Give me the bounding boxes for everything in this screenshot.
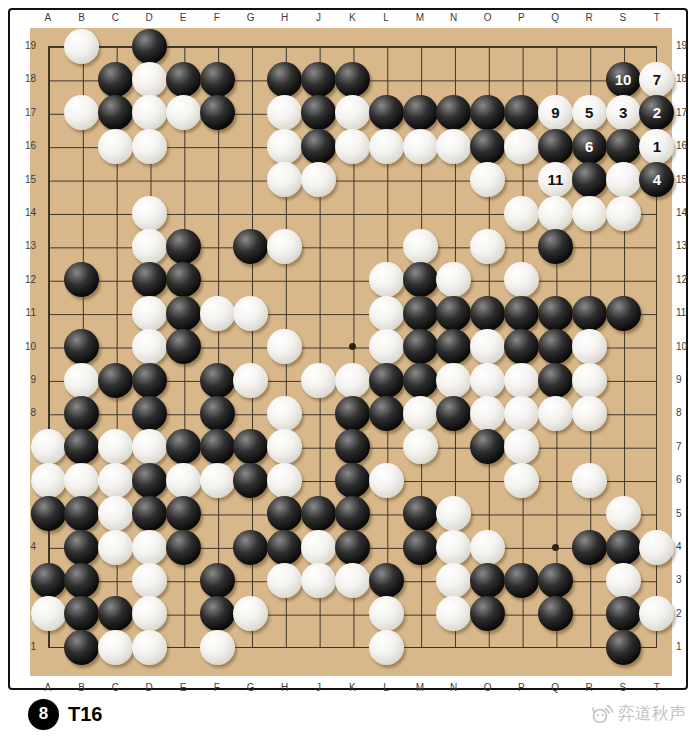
column-label: A xyxy=(36,12,60,23)
white-stone[interactable] xyxy=(606,162,641,197)
black-stone[interactable] xyxy=(335,530,370,565)
column-label: Q xyxy=(543,12,567,23)
white-stone[interactable] xyxy=(606,563,641,598)
white-stone[interactable] xyxy=(267,229,302,264)
row-label: 6 xyxy=(676,474,696,485)
white-stone[interactable] xyxy=(436,530,471,565)
black-stone[interactable] xyxy=(606,630,641,665)
black-stone[interactable] xyxy=(301,129,336,164)
white-stone[interactable] xyxy=(166,95,201,130)
black-stone[interactable] xyxy=(538,596,573,631)
white-stone[interactable] xyxy=(538,396,573,431)
black-stone[interactable] xyxy=(403,363,438,398)
white-stone[interactable] xyxy=(166,463,201,498)
column-label: J xyxy=(307,682,331,693)
white-stone[interactable] xyxy=(98,530,133,565)
black-stone[interactable] xyxy=(166,262,201,297)
column-label: O xyxy=(476,12,500,23)
white-stone[interactable] xyxy=(470,530,505,565)
column-label: L xyxy=(374,682,398,693)
black-stone[interactable] xyxy=(538,129,573,164)
white-stone[interactable] xyxy=(572,196,607,231)
white-stone[interactable] xyxy=(267,563,302,598)
move-caption: 8 T16 xyxy=(28,698,102,730)
white-stone[interactable] xyxy=(369,596,404,631)
row-label: 13 xyxy=(16,240,36,251)
row-label: 16 xyxy=(676,140,696,151)
white-stone[interactable] xyxy=(504,129,539,164)
move-number: 1 xyxy=(653,139,661,154)
column-label: B xyxy=(70,12,94,23)
black-stone[interactable] xyxy=(64,530,99,565)
black-stone[interactable] xyxy=(504,296,539,331)
black-stone[interactable] xyxy=(606,129,641,164)
black-stone[interactable] xyxy=(606,296,641,331)
black-stone[interactable] xyxy=(267,530,302,565)
column-label: D xyxy=(137,12,161,23)
black-stone[interactable] xyxy=(200,396,235,431)
black-stone[interactable] xyxy=(166,62,201,97)
row-label: 8 xyxy=(676,407,696,418)
white-stone[interactable] xyxy=(98,129,133,164)
white-stone[interactable] xyxy=(504,363,539,398)
white-stone[interactable] xyxy=(200,630,235,665)
black-stone[interactable] xyxy=(200,429,235,464)
row-label: 19 xyxy=(676,40,696,51)
column-label: G xyxy=(239,682,263,693)
black-stone[interactable] xyxy=(470,563,505,598)
white-stone[interactable] xyxy=(369,296,404,331)
black-stone[interactable] xyxy=(132,29,167,64)
white-stone[interactable] xyxy=(132,196,167,231)
black-stone[interactable] xyxy=(504,563,539,598)
row-label: 4 xyxy=(16,541,36,552)
move-number-stone-icon: 8 xyxy=(28,699,59,730)
row-label: 8 xyxy=(16,407,36,418)
black-stone[interactable] xyxy=(64,563,99,598)
white-stone[interactable] xyxy=(572,463,607,498)
column-label: F xyxy=(205,12,229,23)
black-stone[interactable] xyxy=(166,296,201,331)
black-stone[interactable] xyxy=(335,396,370,431)
row-label: 13 xyxy=(676,240,696,251)
row-label: 9 xyxy=(676,374,696,385)
white-stone[interactable] xyxy=(504,396,539,431)
black-stone[interactable] xyxy=(31,563,66,598)
white-stone[interactable] xyxy=(369,262,404,297)
row-label: 18 xyxy=(16,73,36,84)
white-stone[interactable] xyxy=(31,463,66,498)
black-stone[interactable] xyxy=(267,62,302,97)
column-label: K xyxy=(340,682,364,693)
column-label: S xyxy=(611,682,635,693)
black-stone[interactable] xyxy=(98,363,133,398)
white-stone[interactable] xyxy=(132,329,167,364)
white-stone[interactable] xyxy=(470,363,505,398)
white-stone[interactable] xyxy=(233,296,268,331)
black-stone[interactable] xyxy=(335,62,370,97)
row-label: 10 xyxy=(676,341,696,352)
row-label: 1 xyxy=(16,641,36,652)
white-stone[interactable] xyxy=(200,296,235,331)
white-stone[interactable]: 1 xyxy=(639,129,674,164)
move-number: 2 xyxy=(653,105,661,120)
row-label: 5 xyxy=(676,508,696,519)
row-label: 4 xyxy=(676,541,696,552)
black-stone[interactable] xyxy=(538,296,573,331)
black-stone[interactable] xyxy=(200,363,235,398)
row-label: 2 xyxy=(676,608,696,619)
row-label: 14 xyxy=(16,207,36,218)
white-stone[interactable] xyxy=(132,630,167,665)
white-stone[interactable] xyxy=(403,429,438,464)
move-number: 3 xyxy=(619,105,627,120)
move-number: 6 xyxy=(585,139,593,154)
white-stone[interactable] xyxy=(335,563,370,598)
column-label: J xyxy=(307,12,331,23)
column-label: C xyxy=(104,12,128,23)
black-stone[interactable] xyxy=(200,596,235,631)
column-label: M xyxy=(408,12,432,23)
black-stone[interactable] xyxy=(504,329,539,364)
column-label: P xyxy=(510,12,534,23)
column-label: L xyxy=(374,12,398,23)
row-label: 19 xyxy=(16,40,36,51)
white-stone[interactable] xyxy=(132,62,167,97)
watermark-logo-icon xyxy=(590,703,614,725)
black-stone[interactable] xyxy=(538,363,573,398)
white-stone[interactable] xyxy=(572,396,607,431)
black-stone[interactable] xyxy=(200,95,235,130)
white-stone[interactable] xyxy=(606,196,641,231)
move-number: 10 xyxy=(615,72,632,87)
column-label: Q xyxy=(543,682,567,693)
black-stone[interactable] xyxy=(403,496,438,531)
black-stone[interactable] xyxy=(369,363,404,398)
white-stone[interactable] xyxy=(64,463,99,498)
white-stone[interactable] xyxy=(301,563,336,598)
white-stone[interactable] xyxy=(132,129,167,164)
star-point xyxy=(349,343,356,350)
column-label: S xyxy=(611,12,635,23)
watermark: 弈道秋声 xyxy=(590,702,686,725)
move-number: 9 xyxy=(551,105,559,120)
white-stone[interactable] xyxy=(470,396,505,431)
black-stone[interactable] xyxy=(403,329,438,364)
move-point-label: T16 xyxy=(68,703,102,726)
white-stone[interactable] xyxy=(572,363,607,398)
column-label: B xyxy=(70,682,94,693)
white-stone[interactable] xyxy=(606,496,641,531)
white-stone[interactable] xyxy=(335,129,370,164)
move-number: 11 xyxy=(548,172,564,187)
white-stone[interactable] xyxy=(369,129,404,164)
column-label: G xyxy=(239,12,263,23)
move-number: 5 xyxy=(585,105,593,120)
black-stone[interactable] xyxy=(166,329,201,364)
black-stone[interactable] xyxy=(132,496,167,531)
white-stone[interactable] xyxy=(267,396,302,431)
white-stone[interactable] xyxy=(572,329,607,364)
black-stone[interactable] xyxy=(403,296,438,331)
column-label: C xyxy=(104,682,128,693)
white-stone[interactable] xyxy=(369,630,404,665)
black-stone[interactable] xyxy=(166,429,201,464)
column-label: F xyxy=(205,682,229,693)
black-stone[interactable] xyxy=(31,496,66,531)
white-stone[interactable] xyxy=(301,363,336,398)
black-stone[interactable] xyxy=(166,496,201,531)
row-label: 7 xyxy=(676,441,696,452)
row-label: 12 xyxy=(676,274,696,285)
column-label: E xyxy=(171,682,195,693)
column-label: T xyxy=(645,682,669,693)
column-label: H xyxy=(273,12,297,23)
black-stone[interactable] xyxy=(98,62,133,97)
black-stone[interactable] xyxy=(369,95,404,130)
black-stone[interactable] xyxy=(64,630,99,665)
white-stone[interactable] xyxy=(233,363,268,398)
white-stone[interactable] xyxy=(64,363,99,398)
black-stone[interactable] xyxy=(233,463,268,498)
black-stone[interactable] xyxy=(64,396,99,431)
column-label: E xyxy=(171,12,195,23)
white-stone[interactable]: 11 xyxy=(538,162,573,197)
white-stone[interactable] xyxy=(267,463,302,498)
row-label: 11 xyxy=(676,307,696,318)
column-label: R xyxy=(577,682,601,693)
row-label: 10 xyxy=(16,341,36,352)
black-stone[interactable] xyxy=(200,62,235,97)
black-stone[interactable] xyxy=(470,129,505,164)
white-stone[interactable]: 5 xyxy=(572,95,607,130)
white-stone[interactable] xyxy=(504,463,539,498)
column-label: D xyxy=(137,682,161,693)
white-stone[interactable] xyxy=(436,363,471,398)
row-label: 17 xyxy=(676,107,696,118)
column-label: K xyxy=(340,12,364,23)
white-stone[interactable] xyxy=(200,463,235,498)
black-stone[interactable] xyxy=(200,563,235,598)
white-stone[interactable] xyxy=(369,329,404,364)
column-label: M xyxy=(408,682,432,693)
black-stone[interactable] xyxy=(403,262,438,297)
white-stone[interactable] xyxy=(301,530,336,565)
column-label: P xyxy=(510,682,534,693)
column-label: N xyxy=(442,12,466,23)
column-label: T xyxy=(645,12,669,23)
black-stone[interactable] xyxy=(538,329,573,364)
star-point xyxy=(552,544,559,551)
move-number: 7 xyxy=(653,72,661,87)
column-label: R xyxy=(577,12,601,23)
column-label: H xyxy=(273,682,297,693)
black-stone[interactable] xyxy=(132,463,167,498)
white-stone[interactable] xyxy=(31,596,66,631)
row-label: 16 xyxy=(16,140,36,151)
row-label: 15 xyxy=(16,174,36,185)
white-stone[interactable] xyxy=(132,229,167,264)
black-stone[interactable] xyxy=(369,396,404,431)
white-stone[interactable]: 3 xyxy=(606,95,641,130)
black-stone[interactable] xyxy=(403,530,438,565)
white-stone[interactable] xyxy=(335,363,370,398)
white-stone[interactable] xyxy=(436,129,471,164)
black-stone[interactable] xyxy=(572,530,607,565)
black-stone[interactable]: 6 xyxy=(572,129,607,164)
black-stone[interactable] xyxy=(403,95,438,130)
black-stone[interactable] xyxy=(436,296,471,331)
white-stone[interactable]: 9 xyxy=(538,95,573,130)
white-stone[interactable] xyxy=(639,530,674,565)
white-stone[interactable] xyxy=(267,129,302,164)
row-label: 1 xyxy=(676,641,696,652)
white-stone[interactable] xyxy=(31,429,66,464)
black-stone[interactable] xyxy=(369,563,404,598)
black-stone[interactable] xyxy=(233,530,268,565)
white-stone[interactable] xyxy=(369,463,404,498)
black-stone[interactable] xyxy=(301,496,336,531)
move-number: 4 xyxy=(653,172,661,187)
row-label: 3 xyxy=(676,574,696,585)
white-stone[interactable] xyxy=(403,229,438,264)
row-label: 17 xyxy=(16,107,36,118)
black-stone[interactable] xyxy=(166,229,201,264)
black-stone[interactable] xyxy=(606,530,641,565)
black-stone[interactable] xyxy=(606,596,641,631)
black-stone[interactable] xyxy=(166,530,201,565)
white-stone[interactable] xyxy=(301,162,336,197)
column-label: N xyxy=(442,682,466,693)
white-stone[interactable] xyxy=(403,396,438,431)
white-stone[interactable] xyxy=(132,530,167,565)
white-stone[interactable] xyxy=(64,29,99,64)
white-stone[interactable] xyxy=(132,563,167,598)
column-label: A xyxy=(36,682,60,693)
white-stone[interactable] xyxy=(403,129,438,164)
black-stone[interactable] xyxy=(335,496,370,531)
black-stone[interactable] xyxy=(132,396,167,431)
row-label: 18 xyxy=(676,73,696,84)
white-stone[interactable] xyxy=(98,630,133,665)
row-label: 9 xyxy=(16,374,36,385)
black-stone[interactable] xyxy=(470,296,505,331)
row-label: 12 xyxy=(16,274,36,285)
black-stone[interactable] xyxy=(572,296,607,331)
white-stone[interactable] xyxy=(538,196,573,231)
watermark-text: 弈道秋声 xyxy=(618,702,686,725)
column-label: O xyxy=(476,682,500,693)
go-diagram: AABBCCDDEEFFGGHHJJKKLLMMNNOOPPQQRRSSTT19… xyxy=(0,0,700,749)
black-stone[interactable] xyxy=(538,563,573,598)
black-stone[interactable] xyxy=(538,229,573,264)
white-stone[interactable] xyxy=(504,196,539,231)
black-stone[interactable]: 10 xyxy=(606,62,641,97)
row-label: 11 xyxy=(16,307,36,318)
black-stone[interactable] xyxy=(335,463,370,498)
row-label: 15 xyxy=(676,174,696,185)
row-label: 14 xyxy=(676,207,696,218)
white-stone[interactable] xyxy=(98,463,133,498)
black-stone[interactable] xyxy=(572,162,607,197)
white-stone[interactable] xyxy=(132,296,167,331)
black-stone[interactable] xyxy=(301,62,336,97)
white-stone[interactable] xyxy=(470,229,505,264)
black-stone[interactable] xyxy=(132,363,167,398)
